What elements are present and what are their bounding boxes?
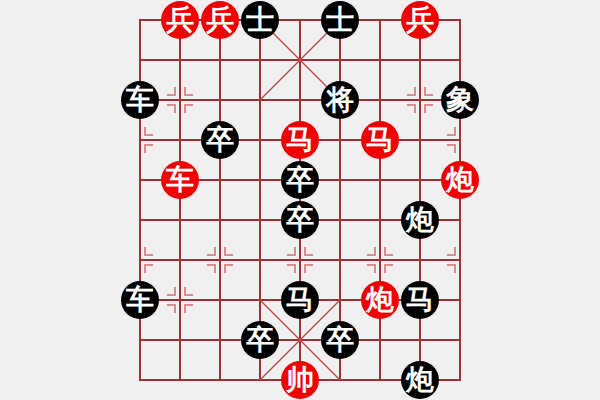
- position-mark: [167, 287, 176, 296]
- black-advisor[interactable]: 士: [241, 1, 279, 39]
- black-horse[interactable]: 马: [281, 281, 319, 319]
- black-pawn[interactable]: 卒: [241, 321, 279, 359]
- position-mark: [367, 264, 376, 273]
- board-cell: [221, 181, 261, 221]
- position-mark: [207, 247, 216, 256]
- position-mark: [167, 104, 176, 113]
- black-horse[interactable]: 马: [401, 281, 439, 319]
- position-mark: [207, 264, 216, 273]
- red-cannon[interactable]: 炮: [361, 281, 399, 319]
- black-pawn[interactable]: 卒: [281, 161, 319, 199]
- position-mark: [144, 127, 153, 136]
- board-cell: [181, 341, 221, 381]
- position-mark: [447, 247, 456, 256]
- red-king[interactable]: 帅: [281, 361, 319, 399]
- position-mark: [184, 287, 193, 296]
- black-king[interactable]: 将: [321, 81, 359, 119]
- xiangqi-board: 兵兵兵马马车炮炮帅士士车将象卒卒卒炮车马马卒卒炮: [0, 0, 600, 400]
- red-pawn[interactable]: 兵: [201, 1, 239, 39]
- position-mark: [184, 104, 193, 113]
- black-chariot[interactable]: 车: [121, 281, 159, 319]
- position-mark: [144, 264, 153, 273]
- position-mark: [424, 104, 433, 113]
- position-mark: [424, 87, 433, 96]
- position-mark: [224, 247, 233, 256]
- position-mark: [304, 247, 313, 256]
- position-mark: [447, 144, 456, 153]
- position-mark: [184, 87, 193, 96]
- position-mark: [287, 264, 296, 273]
- black-pawn[interactable]: 卒: [201, 121, 239, 159]
- position-mark: [447, 264, 456, 273]
- position-mark: [447, 127, 456, 136]
- board-cell: [221, 61, 261, 101]
- board-grid: [139, 19, 461, 381]
- position-mark: [167, 87, 176, 96]
- black-cannon[interactable]: 炮: [401, 201, 439, 239]
- black-cannon[interactable]: 炮: [401, 361, 439, 399]
- red-cannon[interactable]: 炮: [441, 161, 479, 199]
- position-mark: [407, 104, 416, 113]
- position-mark: [224, 264, 233, 273]
- board-cell: [341, 181, 381, 221]
- position-mark: [144, 247, 153, 256]
- black-pawn[interactable]: 卒: [321, 321, 359, 359]
- black-elephant[interactable]: 象: [441, 81, 479, 119]
- position-mark: [287, 247, 296, 256]
- black-advisor[interactable]: 士: [321, 1, 359, 39]
- board-cell: [261, 61, 301, 101]
- red-pawn[interactable]: 兵: [161, 1, 199, 39]
- position-mark: [384, 264, 393, 273]
- black-chariot[interactable]: 车: [121, 81, 159, 119]
- position-mark: [367, 247, 376, 256]
- position-mark: [144, 144, 153, 153]
- position-mark: [384, 247, 393, 256]
- red-pawn[interactable]: 兵: [401, 1, 439, 39]
- position-mark: [304, 264, 313, 273]
- position-mark: [407, 87, 416, 96]
- black-pawn[interactable]: 卒: [281, 201, 319, 239]
- position-mark: [184, 304, 193, 313]
- position-mark: [167, 304, 176, 313]
- board-cell: [141, 341, 181, 381]
- red-horse[interactable]: 马: [281, 121, 319, 159]
- red-chariot[interactable]: 车: [161, 161, 199, 199]
- red-horse[interactable]: 马: [361, 121, 399, 159]
